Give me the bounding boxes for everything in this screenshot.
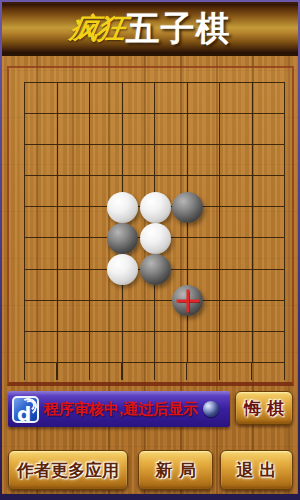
more-apps-button[interactable]: 作者更多应用: [8, 450, 128, 490]
board-cell: [90, 114, 123, 145]
black-stone: [172, 192, 203, 223]
exit-button[interactable]: 退 出: [220, 450, 293, 490]
black-stone: [107, 223, 138, 254]
new-game-button[interactable]: 新 局: [138, 450, 213, 490]
board-grid-extension: [24, 363, 286, 380]
board-cell: [220, 332, 253, 363]
board-cell: [188, 145, 221, 176]
board-cell: [58, 145, 91, 176]
board-cell: [220, 176, 253, 207]
board-cell: [220, 83, 253, 114]
white-stone: [107, 192, 138, 223]
board-cell: [155, 332, 188, 363]
board-cell: [220, 114, 253, 145]
board-cell: [253, 301, 286, 332]
app-screen: 疯狂 五子棋 d 程序审核中,通过后显示 悔 棋 作者更多应用 新 局 退 出: [0, 0, 300, 500]
board-cell: [58, 332, 91, 363]
last-move-marker: [176, 289, 199, 312]
board-cell: [253, 332, 286, 363]
board-cell: [90, 332, 123, 363]
board-cell: [253, 176, 286, 207]
white-stone: [107, 254, 138, 285]
board-cell: [253, 207, 286, 238]
board-cell: [123, 145, 156, 176]
board-cell: [25, 332, 58, 363]
ad-banner[interactable]: d 程序审核中,通过后显示: [8, 391, 230, 427]
board-cell: [253, 145, 286, 176]
new-game-button-label: 新 局: [156, 459, 196, 482]
board-cell: [123, 83, 156, 114]
title-bar: 疯狂 五子棋: [2, 2, 298, 56]
board-cell: [25, 176, 58, 207]
board-cell: [188, 238, 221, 269]
white-stone: [140, 192, 171, 223]
board-cell: [253, 270, 286, 301]
board-cell: [25, 207, 58, 238]
board-cell: [58, 114, 91, 145]
board-cell: [188, 83, 221, 114]
game-board[interactable]: [7, 66, 294, 386]
board-cell: [155, 114, 188, 145]
dianjin-logo-icon: d: [12, 396, 39, 423]
ad-text: 程序审核中,通过后显示: [44, 400, 198, 419]
undo-button-label: 悔 棋: [244, 397, 284, 420]
board-cell: [58, 83, 91, 114]
board-cell: [188, 114, 221, 145]
board-cell: [25, 114, 58, 145]
board-cell: [220, 145, 253, 176]
app-title-stylized: 疯狂: [66, 9, 127, 49]
board-cell: [25, 238, 58, 269]
board-cell: [253, 83, 286, 114]
board-cell: [220, 238, 253, 269]
board-cell: [25, 270, 58, 301]
exit-button-label: 退 出: [237, 459, 277, 482]
board-cell: [25, 145, 58, 176]
board-cell: [58, 176, 91, 207]
board-cell: [220, 270, 253, 301]
board-cell: [58, 301, 91, 332]
board-cell: [58, 207, 91, 238]
white-stone: [140, 223, 171, 254]
undo-button[interactable]: 悔 棋: [235, 391, 293, 425]
board-cell: [220, 301, 253, 332]
board-cell: [58, 270, 91, 301]
board-cell: [155, 83, 188, 114]
black-stone: [172, 285, 203, 316]
board-cell: [188, 332, 221, 363]
board-cell: [25, 83, 58, 114]
board-cell: [90, 301, 123, 332]
board-cell: [123, 301, 156, 332]
board-cell: [25, 301, 58, 332]
globe-icon: [203, 401, 219, 417]
board-cell: [58, 238, 91, 269]
board-cell: [253, 114, 286, 145]
board-cell: [220, 207, 253, 238]
app-title-main: 五子棋: [126, 6, 231, 52]
black-stone: [140, 254, 171, 285]
more-apps-button-label: 作者更多应用: [17, 459, 119, 482]
board-cell: [253, 238, 286, 269]
board-cell: [155, 145, 188, 176]
board-cell: [90, 145, 123, 176]
board-cell: [123, 114, 156, 145]
board-cell: [123, 332, 156, 363]
board-cell: [90, 83, 123, 114]
